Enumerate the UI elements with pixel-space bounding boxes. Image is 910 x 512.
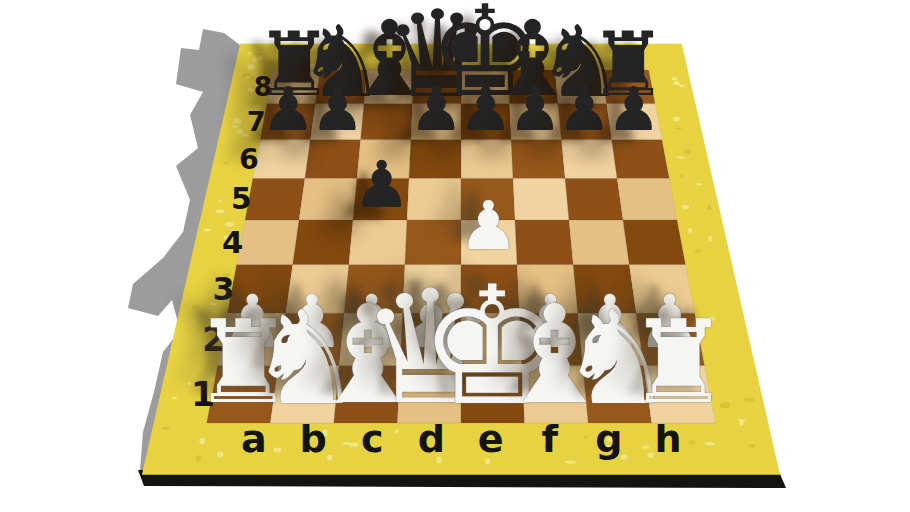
border-speckle xyxy=(695,183,702,186)
chess-scene: 87654321abcdefgh ♜♞♝♛♚♝♞♜♟♟♟♟♟♟♟♟♟♟♟♟♟♟♟… xyxy=(0,0,910,512)
square-h5[interactable] xyxy=(617,178,677,220)
border-speckle xyxy=(674,81,678,85)
border-speckle xyxy=(675,127,682,129)
border-speckle xyxy=(342,442,351,445)
border-speckle xyxy=(647,452,654,457)
rank-label-6: 6 xyxy=(239,143,259,176)
rank-label-5: 5 xyxy=(231,182,251,216)
border-speckle xyxy=(705,442,715,446)
border-speckle xyxy=(672,77,678,80)
border-speckle xyxy=(234,118,241,120)
square-d5[interactable] xyxy=(407,178,461,220)
square-a5[interactable] xyxy=(245,178,305,220)
border-speckle xyxy=(676,156,685,158)
border-speckle xyxy=(247,64,254,69)
piece-black-pawn-d7[interactable]: ♟ xyxy=(409,79,463,139)
border-speckle xyxy=(216,209,225,213)
square-a4[interactable] xyxy=(237,220,300,265)
piece-black-pawn-e7[interactable]: ♟ xyxy=(459,79,513,139)
square-g5[interactable] xyxy=(565,178,623,220)
border-speckle xyxy=(680,174,683,178)
border-speckle xyxy=(162,427,170,430)
border-speckle xyxy=(583,436,588,439)
border-speckle xyxy=(744,398,755,402)
piece-black-pawn-f7[interactable]: ♟ xyxy=(508,79,562,139)
square-a6[interactable] xyxy=(253,140,310,179)
border-speckle xyxy=(234,120,242,124)
border-speckle xyxy=(707,205,711,209)
piece-black-pawn-b7[interactable]: ♟ xyxy=(311,79,365,139)
square-h6[interactable] xyxy=(612,140,670,179)
border-speckle xyxy=(236,129,243,134)
square-b5[interactable] xyxy=(299,178,357,220)
border-speckle xyxy=(679,85,685,88)
border-speckle xyxy=(682,205,689,210)
square-f5[interactable] xyxy=(513,178,569,220)
piece-black-pawn-c5[interactable]: ♟ xyxy=(352,152,410,217)
border-speckle xyxy=(273,448,281,453)
border-speckle xyxy=(688,440,695,445)
border-speckle xyxy=(695,249,701,254)
square-e6[interactable] xyxy=(461,140,513,179)
square-g4[interactable] xyxy=(569,220,629,265)
border-speckle xyxy=(642,446,649,449)
border-speckle xyxy=(203,228,211,231)
border-speckle xyxy=(172,397,177,400)
border-speckle xyxy=(327,455,332,461)
border-speckle xyxy=(739,420,743,425)
piece-black-pawn-g7[interactable]: ♟ xyxy=(557,79,611,139)
piece-black-pawn-a7[interactable]: ♟ xyxy=(261,79,315,139)
border-speckle xyxy=(232,125,240,127)
border-speckle xyxy=(217,451,224,457)
border-speckle xyxy=(196,455,201,462)
piece-white-rook-h1[interactable]: ♜ xyxy=(627,305,730,420)
square-f6[interactable] xyxy=(511,140,565,179)
border-speckle xyxy=(199,438,205,444)
square-b4[interactable] xyxy=(293,220,353,265)
border-speckle xyxy=(673,116,680,121)
square-g6[interactable] xyxy=(561,140,617,179)
border-speckle xyxy=(218,200,221,203)
piece-black-pawn-h7[interactable]: ♟ xyxy=(607,79,661,139)
rank-label-4: 4 xyxy=(222,225,243,260)
border-speckle xyxy=(223,162,229,165)
border-speckle xyxy=(708,236,712,242)
border-speckle xyxy=(242,74,250,77)
border-speckle xyxy=(565,461,577,464)
border-speckle xyxy=(248,52,252,55)
border-speckle xyxy=(688,228,692,233)
square-h4[interactable] xyxy=(623,220,686,265)
border-speckle xyxy=(683,149,691,154)
border-speckle xyxy=(748,444,755,448)
square-d6[interactable] xyxy=(409,140,461,179)
